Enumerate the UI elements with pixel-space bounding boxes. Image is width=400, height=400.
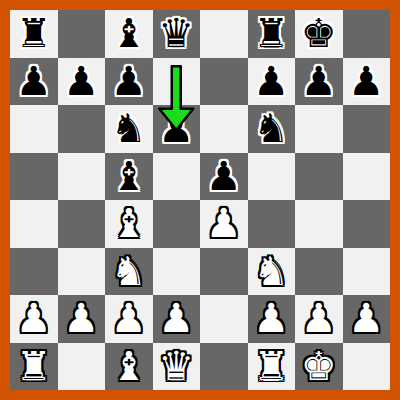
piece-black-king[interactable]: ♚ xyxy=(301,10,337,57)
square-b7[interactable]: ♟ xyxy=(58,58,106,106)
square-c6[interactable]: ♞ xyxy=(105,105,153,153)
piece-black-rook[interactable]: ♜ xyxy=(16,10,52,57)
square-b1[interactable] xyxy=(58,343,106,391)
square-b3[interactable] xyxy=(58,248,106,296)
piece-black-pawn[interactable]: ♟ xyxy=(111,58,147,105)
piece-white-pawn[interactable]: ♟ xyxy=(206,200,242,247)
square-h3[interactable] xyxy=(343,248,391,296)
square-a4[interactable] xyxy=(10,200,58,248)
square-a7[interactable]: ♟ xyxy=(10,58,58,106)
piece-white-bishop[interactable]: ♝ xyxy=(111,343,147,390)
square-b2[interactable]: ♟ xyxy=(58,295,106,343)
square-h6[interactable] xyxy=(343,105,391,153)
piece-white-pawn[interactable]: ♟ xyxy=(63,295,99,342)
piece-white-queen[interactable]: ♛ xyxy=(158,343,194,390)
square-e2[interactable] xyxy=(200,295,248,343)
square-c2[interactable]: ♟ xyxy=(105,295,153,343)
square-d7[interactable] xyxy=(153,58,201,106)
square-e3[interactable] xyxy=(200,248,248,296)
square-b8[interactable] xyxy=(58,10,106,58)
square-f8[interactable]: ♜ xyxy=(248,10,296,58)
square-a8[interactable]: ♜ xyxy=(10,10,58,58)
piece-black-bishop[interactable]: ♝ xyxy=(111,153,147,200)
square-g5[interactable] xyxy=(295,153,343,201)
square-g2[interactable]: ♟ xyxy=(295,295,343,343)
piece-white-pawn[interactable]: ♟ xyxy=(16,295,52,342)
piece-white-pawn[interactable]: ♟ xyxy=(253,295,289,342)
board-frame: ♜♝♛♜♚♟♟♟♟♟♟♞♟♞♝♟♝♟♞♞♟♟♟♟♟♟♟♜♝♛♜♚ xyxy=(0,0,400,400)
square-f3[interactable]: ♞ xyxy=(248,248,296,296)
square-e1[interactable] xyxy=(200,343,248,391)
piece-white-pawn[interactable]: ♟ xyxy=(348,295,384,342)
square-e5[interactable]: ♟ xyxy=(200,153,248,201)
square-a6[interactable] xyxy=(10,105,58,153)
square-c7[interactable]: ♟ xyxy=(105,58,153,106)
piece-black-rook[interactable]: ♜ xyxy=(253,10,289,57)
square-h5[interactable] xyxy=(343,153,391,201)
square-b4[interactable] xyxy=(58,200,106,248)
piece-white-knight[interactable]: ♞ xyxy=(111,248,147,295)
piece-white-rook[interactable]: ♜ xyxy=(16,343,52,390)
piece-black-pawn[interactable]: ♟ xyxy=(63,58,99,105)
piece-white-pawn[interactable]: ♟ xyxy=(111,295,147,342)
piece-white-pawn[interactable]: ♟ xyxy=(301,295,337,342)
square-g1[interactable]: ♚ xyxy=(295,343,343,391)
piece-white-king[interactable]: ♚ xyxy=(301,343,337,390)
square-b6[interactable] xyxy=(58,105,106,153)
square-g4[interactable] xyxy=(295,200,343,248)
square-g3[interactable] xyxy=(295,248,343,296)
square-f2[interactable]: ♟ xyxy=(248,295,296,343)
square-h2[interactable]: ♟ xyxy=(343,295,391,343)
square-d2[interactable]: ♟ xyxy=(153,295,201,343)
square-e8[interactable] xyxy=(200,10,248,58)
square-d8[interactable]: ♛ xyxy=(153,10,201,58)
square-c3[interactable]: ♞ xyxy=(105,248,153,296)
square-c1[interactable]: ♝ xyxy=(105,343,153,391)
piece-black-pawn[interactable]: ♟ xyxy=(16,58,52,105)
square-e4[interactable]: ♟ xyxy=(200,200,248,248)
piece-white-rook[interactable]: ♜ xyxy=(253,343,289,390)
square-b5[interactable] xyxy=(58,153,106,201)
square-d3[interactable] xyxy=(153,248,201,296)
square-d4[interactable] xyxy=(153,200,201,248)
piece-black-pawn[interactable]: ♟ xyxy=(348,58,384,105)
square-d5[interactable] xyxy=(153,153,201,201)
piece-white-pawn[interactable]: ♟ xyxy=(158,295,194,342)
square-h8[interactable] xyxy=(343,10,391,58)
square-h7[interactable]: ♟ xyxy=(343,58,391,106)
square-h4[interactable] xyxy=(343,200,391,248)
square-g8[interactable]: ♚ xyxy=(295,10,343,58)
piece-black-pawn[interactable]: ♟ xyxy=(301,58,337,105)
square-g7[interactable]: ♟ xyxy=(295,58,343,106)
square-c5[interactable]: ♝ xyxy=(105,153,153,201)
square-d6[interactable]: ♟ xyxy=(153,105,201,153)
square-h1[interactable] xyxy=(343,343,391,391)
square-e7[interactable] xyxy=(200,58,248,106)
piece-black-knight[interactable]: ♞ xyxy=(111,105,147,152)
piece-black-pawn[interactable]: ♟ xyxy=(158,105,194,152)
square-a3[interactable] xyxy=(10,248,58,296)
piece-black-pawn[interactable]: ♟ xyxy=(253,58,289,105)
square-a5[interactable] xyxy=(10,153,58,201)
piece-black-bishop[interactable]: ♝ xyxy=(111,10,147,57)
piece-black-knight[interactable]: ♞ xyxy=(253,105,289,152)
square-f7[interactable]: ♟ xyxy=(248,58,296,106)
square-d1[interactable]: ♛ xyxy=(153,343,201,391)
chess-board: ♜♝♛♜♚♟♟♟♟♟♟♞♟♞♝♟♝♟♞♞♟♟♟♟♟♟♟♜♝♛♜♚ xyxy=(10,10,390,390)
piece-white-bishop[interactable]: ♝ xyxy=(111,200,147,247)
piece-black-queen[interactable]: ♛ xyxy=(158,10,194,57)
square-c8[interactable]: ♝ xyxy=(105,10,153,58)
piece-black-pawn[interactable]: ♟ xyxy=(206,153,242,200)
square-f5[interactable] xyxy=(248,153,296,201)
square-f6[interactable]: ♞ xyxy=(248,105,296,153)
square-c4[interactable]: ♝ xyxy=(105,200,153,248)
square-a1[interactable]: ♜ xyxy=(10,343,58,391)
square-e6[interactable] xyxy=(200,105,248,153)
square-f4[interactable] xyxy=(248,200,296,248)
square-f1[interactable]: ♜ xyxy=(248,343,296,391)
square-a2[interactable]: ♟ xyxy=(10,295,58,343)
piece-white-knight[interactable]: ♞ xyxy=(253,248,289,295)
square-g6[interactable] xyxy=(295,105,343,153)
